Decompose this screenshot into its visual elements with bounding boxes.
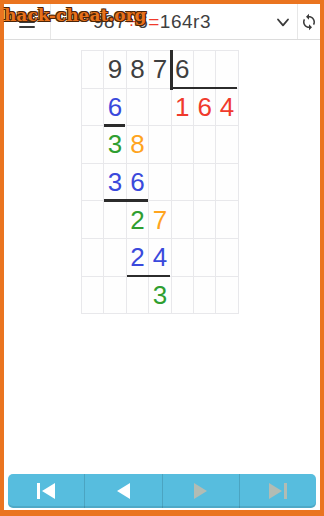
grid-cell-empty [216, 51, 238, 89]
grid-cell-digit: 2 [127, 239, 149, 277]
step-navigation-bar [8, 474, 316, 508]
divisor-horizontal-bar [172, 87, 238, 90]
step-forward-icon [194, 483, 207, 499]
grid-cell-empty [149, 89, 171, 127]
previous-step-button[interactable] [84, 474, 161, 508]
grid-cell-empty [82, 201, 104, 239]
watermark: hack-cheat.org [4, 5, 146, 25]
grid-cell-empty [82, 126, 104, 164]
title-part: = [148, 11, 160, 32]
grid-cell-digit: 7 [149, 201, 171, 239]
grid-cell-digit: 4 [149, 239, 171, 277]
grid-cell-empty [194, 126, 216, 164]
grid-cell-empty [216, 164, 238, 202]
grid-cell-digit: 3 [104, 126, 126, 164]
grid-cell-empty [149, 164, 171, 202]
grid-cell-digit: 7 [149, 51, 171, 89]
grid-cell-empty [172, 239, 194, 277]
grid-cell-empty [194, 277, 216, 315]
grid-cell-digit: 6 [194, 89, 216, 127]
grid-cell-empty [104, 277, 126, 315]
grid-cell-empty [82, 51, 104, 89]
step-back-icon [117, 483, 130, 499]
grid-cell-digit: 3 [149, 277, 171, 315]
divisor-vertical-bar [170, 50, 173, 90]
grid-cell-empty [104, 239, 126, 277]
grid-cell-digit: 2 [127, 201, 149, 239]
skip-to-end-icon [269, 483, 288, 499]
grid-cell-empty [172, 277, 194, 315]
chevron-down-icon [273, 12, 293, 32]
grid-cell-empty [194, 239, 216, 277]
grid-cell-empty [172, 126, 194, 164]
subtract-line-1 [104, 124, 125, 127]
title-part: 164r3 [160, 11, 211, 32]
last-step-button[interactable] [239, 474, 316, 508]
grid-cell-empty [216, 239, 238, 277]
grid-cell-empty [82, 164, 104, 202]
grid-cell-empty [194, 164, 216, 202]
grid-cell-digit: 9 [104, 51, 126, 89]
grid-cell-digit: 6 [104, 89, 126, 127]
grid-cell-empty [194, 51, 216, 89]
next-step-button[interactable] [162, 474, 239, 508]
grid-cell-digit: 8 [127, 51, 149, 89]
app-window: 987÷6=164r3 98766164383627243 hack-cheat… [0, 0, 324, 516]
grid-cell-empty [127, 277, 149, 315]
refresh-button[interactable] [297, 4, 320, 39]
grid-cell-empty [149, 126, 171, 164]
subtract-line-2 [104, 199, 147, 202]
grid-cell-empty [82, 277, 104, 315]
subtract-line-3 [127, 275, 170, 278]
first-step-button[interactable] [8, 474, 84, 508]
grid-cell-empty [194, 201, 216, 239]
skip-to-start-icon [37, 483, 56, 499]
grid-cell-digit: 6 [172, 51, 194, 89]
grid-cell-empty [216, 201, 238, 239]
grid-cell-digit: 8 [127, 126, 149, 164]
grid-cell-empty [127, 89, 149, 127]
grid-cell-empty [104, 201, 126, 239]
refresh-icon [300, 13, 318, 31]
grid-cell-digit: 1 [172, 89, 194, 127]
grid-cell-digit: 3 [104, 164, 126, 202]
grid-cell-empty [172, 164, 194, 202]
grid-cell-digit: 6 [127, 164, 149, 202]
grid-cell-empty [172, 201, 194, 239]
grid-cell-digit: 4 [216, 89, 238, 127]
grid-cell-empty [82, 239, 104, 277]
grid-cell-empty [216, 126, 238, 164]
grid-cell-empty [216, 277, 238, 315]
grid-cell-empty [82, 89, 104, 127]
